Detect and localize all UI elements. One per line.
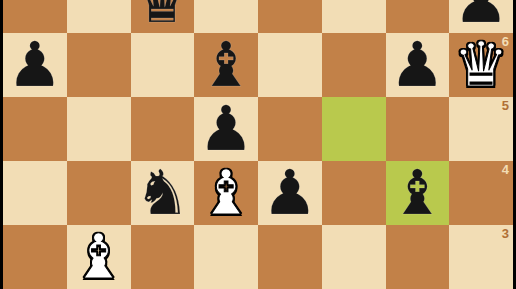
rank-label-4: 4 <box>502 163 509 176</box>
square-g3[interactable] <box>386 225 450 289</box>
square-c6[interactable] <box>131 33 195 97</box>
square-d4[interactable]: ♝ <box>194 161 258 225</box>
square-b7[interactable] <box>67 0 131 33</box>
square-h6[interactable]: 6♛ <box>449 33 513 97</box>
white-bishop[interactable]: ♝ <box>194 161 258 225</box>
black-queen[interactable]: ♛ <box>131 0 195 33</box>
square-d6[interactable]: ♝ <box>194 33 258 97</box>
square-a6[interactable]: ♟ <box>3 33 67 97</box>
square-b5[interactable] <box>67 97 131 161</box>
board-viewport: ♛♟♟♝♟6♛♟5♞♝♟♝4♝3 <box>0 0 516 289</box>
square-b4[interactable] <box>67 161 131 225</box>
square-b6[interactable] <box>67 33 131 97</box>
rank-label-5: 5 <box>502 99 509 112</box>
square-a3[interactable] <box>3 225 67 289</box>
chessboard: ♛♟♟♝♟6♛♟5♞♝♟♝4♝3 <box>3 0 513 289</box>
square-e7[interactable] <box>258 0 322 33</box>
square-b3[interactable]: ♝ <box>67 225 131 289</box>
square-g5[interactable] <box>386 97 450 161</box>
square-e4[interactable]: ♟ <box>258 161 322 225</box>
square-a5[interactable] <box>3 97 67 161</box>
square-f4[interactable] <box>322 161 386 225</box>
square-c7[interactable]: ♛ <box>131 0 195 33</box>
white-bishop[interactable]: ♝ <box>67 225 131 289</box>
square-f7[interactable] <box>322 0 386 33</box>
black-pawn[interactable]: ♟ <box>258 161 322 225</box>
rank-label-3: 3 <box>502 227 509 240</box>
black-pawn[interactable]: ♟ <box>386 33 450 97</box>
square-f6[interactable] <box>322 33 386 97</box>
square-e5[interactable] <box>258 97 322 161</box>
square-g4[interactable]: ♝ <box>386 161 450 225</box>
square-h5[interactable]: 5 <box>449 97 513 161</box>
square-c4[interactable]: ♞ <box>131 161 195 225</box>
square-a4[interactable] <box>3 161 67 225</box>
white-queen[interactable]: ♛ <box>449 33 513 97</box>
square-f3[interactable] <box>322 225 386 289</box>
square-e3[interactable] <box>258 225 322 289</box>
black-bishop[interactable]: ♝ <box>194 33 258 97</box>
square-e6[interactable] <box>258 33 322 97</box>
black-knight[interactable]: ♞ <box>131 161 195 225</box>
square-d5[interactable]: ♟ <box>194 97 258 161</box>
black-pawn[interactable]: ♟ <box>3 33 67 97</box>
square-f5[interactable] <box>322 97 386 161</box>
square-g6[interactable]: ♟ <box>386 33 450 97</box>
square-h3[interactable]: 3 <box>449 225 513 289</box>
square-c5[interactable] <box>131 97 195 161</box>
square-d3[interactable] <box>194 225 258 289</box>
black-bishop[interactable]: ♝ <box>386 161 450 225</box>
square-h4[interactable]: 4 <box>449 161 513 225</box>
square-c3[interactable] <box>131 225 195 289</box>
black-pawn[interactable]: ♟ <box>194 97 258 161</box>
